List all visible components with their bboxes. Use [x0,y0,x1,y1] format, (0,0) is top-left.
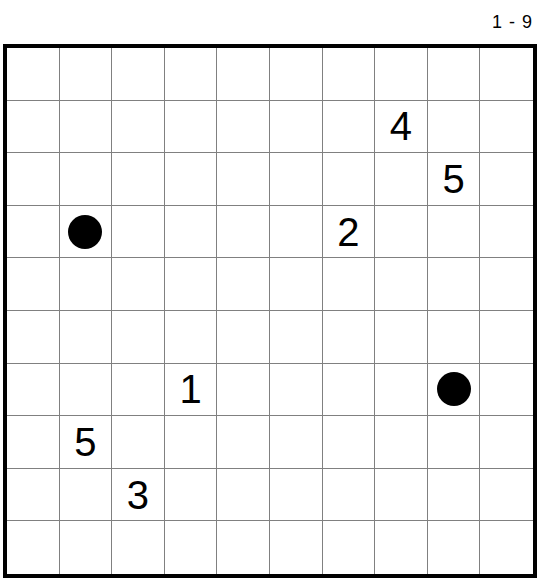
cell-r5c1[interactable] [60,311,113,364]
cell-r1c1[interactable] [60,101,113,154]
cell-r6c5[interactable] [270,364,323,417]
cell-r6c6[interactable] [323,364,376,417]
cell-r4c3[interactable] [165,258,218,311]
clue-number: 3 [127,475,149,515]
cell-r3c9[interactable] [480,206,533,259]
cell-r7c6[interactable] [323,416,376,469]
cell-r9c6[interactable] [323,521,376,574]
cell-r4c0[interactable] [7,258,60,311]
cell-r0c6[interactable] [323,48,376,101]
cell-r6c1[interactable] [60,364,113,417]
cell-r0c7[interactable] [375,48,428,101]
cell-r3c0[interactable] [7,206,60,259]
cell-r0c3[interactable] [165,48,218,101]
cell-r6c7[interactable] [375,364,428,417]
cell-r0c0[interactable] [7,48,60,101]
puzzle-number-label: 1 - 9 [492,12,533,33]
cell-r1c6[interactable] [323,101,376,154]
cell-r5c4[interactable] [217,311,270,364]
cell-r9c0[interactable] [7,521,60,574]
cell-r0c9[interactable] [480,48,533,101]
cell-r7c4[interactable] [217,416,270,469]
cell-r9c3[interactable] [165,521,218,574]
puzzle-page: 1 - 9 452153 [0,0,539,586]
cell-r6c2[interactable] [112,364,165,417]
cell-r2c0[interactable] [7,153,60,206]
cell-r1c9[interactable] [480,101,533,154]
cell-r6c9[interactable] [480,364,533,417]
cell-r9c2[interactable] [112,521,165,574]
cell-r3c6[interactable]: 2 [323,206,376,259]
cell-r2c5[interactable] [270,153,323,206]
cell-r3c4[interactable] [217,206,270,259]
cell-r7c5[interactable] [270,416,323,469]
cell-r2c2[interactable] [112,153,165,206]
cell-r1c7[interactable]: 4 [375,101,428,154]
cell-r2c8[interactable]: 5 [428,153,481,206]
cell-r5c7[interactable] [375,311,428,364]
cell-r3c1[interactable] [60,206,113,259]
cell-r8c9[interactable] [480,469,533,522]
cell-r6c0[interactable] [7,364,60,417]
cell-r4c6[interactable] [323,258,376,311]
cell-r7c7[interactable] [375,416,428,469]
cell-r1c4[interactable] [217,101,270,154]
cell-r8c4[interactable] [217,469,270,522]
cell-r7c2[interactable] [112,416,165,469]
cell-r7c1[interactable]: 5 [60,416,113,469]
cell-r2c6[interactable] [323,153,376,206]
cell-r0c2[interactable] [112,48,165,101]
cell-r1c3[interactable] [165,101,218,154]
cell-r4c8[interactable] [428,258,481,311]
cell-r5c2[interactable] [112,311,165,364]
clue-number: 4 [390,106,412,146]
cell-r7c9[interactable] [480,416,533,469]
cell-r9c4[interactable] [217,521,270,574]
cell-r4c7[interactable] [375,258,428,311]
cell-r4c2[interactable] [112,258,165,311]
cell-r4c9[interactable] [480,258,533,311]
clue-number: 1 [179,369,201,409]
cell-r5c9[interactable] [480,311,533,364]
cell-r8c5[interactable] [270,469,323,522]
cell-r1c5[interactable] [270,101,323,154]
cell-r1c0[interactable] [7,101,60,154]
cell-r6c3[interactable]: 1 [165,364,218,417]
cell-r9c1[interactable] [60,521,113,574]
cell-r0c8[interactable] [428,48,481,101]
cell-r3c2[interactable] [112,206,165,259]
cell-r1c8[interactable] [428,101,481,154]
cell-r2c3[interactable] [165,153,218,206]
cell-r2c9[interactable] [480,153,533,206]
cell-r2c4[interactable] [217,153,270,206]
cell-r0c5[interactable] [270,48,323,101]
cell-r8c6[interactable] [323,469,376,522]
black-circle [437,372,471,406]
cell-r6c8[interactable] [428,364,481,417]
cell-r3c5[interactable] [270,206,323,259]
cell-r2c1[interactable] [60,153,113,206]
cell-r5c8[interactable] [428,311,481,364]
cell-r8c3[interactable] [165,469,218,522]
cell-r5c3[interactable] [165,311,218,364]
cell-r3c3[interactable] [165,206,218,259]
cell-r5c6[interactable] [323,311,376,364]
cell-r8c0[interactable] [7,469,60,522]
cell-r9c8[interactable] [428,521,481,574]
cell-r5c0[interactable] [7,311,60,364]
cell-r3c8[interactable] [428,206,481,259]
cell-r2c7[interactable] [375,153,428,206]
cell-r7c0[interactable] [7,416,60,469]
cell-r4c1[interactable] [60,258,113,311]
black-circle [68,215,102,249]
cell-r5c5[interactable] [270,311,323,364]
cell-r8c1[interactable] [60,469,113,522]
cell-r0c4[interactable] [217,48,270,101]
puzzle-board: 452153 [3,44,537,578]
cell-r7c8[interactable] [428,416,481,469]
cell-r6c4[interactable] [217,364,270,417]
cell-r9c9[interactable] [480,521,533,574]
cell-r9c7[interactable] [375,521,428,574]
cell-r9c5[interactable] [270,521,323,574]
cell-r7c3[interactable] [165,416,218,469]
clue-number: 2 [337,212,359,252]
cell-r4c5[interactable] [270,258,323,311]
cell-r8c8[interactable] [428,469,481,522]
cell-r0c1[interactable] [60,48,113,101]
cell-r8c2[interactable]: 3 [112,469,165,522]
cell-r8c7[interactable] [375,469,428,522]
clue-number: 5 [442,159,464,199]
cell-r3c7[interactable] [375,206,428,259]
cell-r1c2[interactable] [112,101,165,154]
clue-number: 5 [74,422,96,462]
cell-r4c4[interactable] [217,258,270,311]
